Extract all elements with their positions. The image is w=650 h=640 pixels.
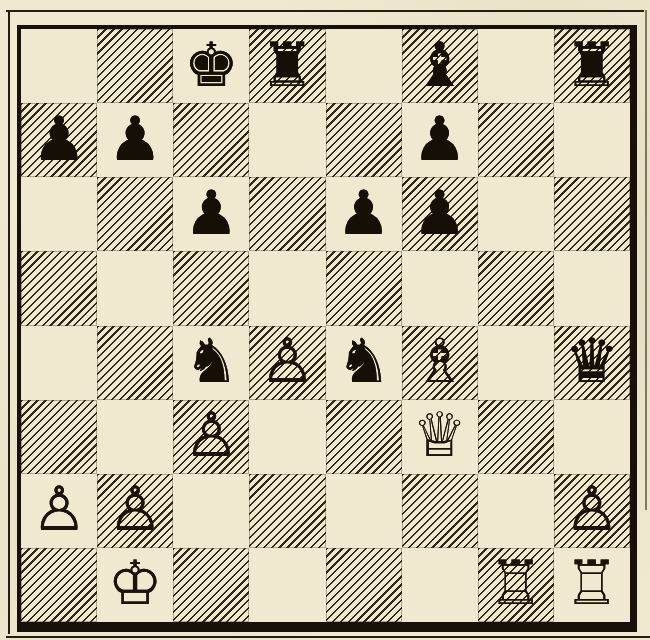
square-d3 — [249, 400, 325, 474]
square-b2: ♙ — [97, 474, 173, 548]
square-h6 — [554, 177, 630, 251]
square-g2 — [478, 474, 554, 548]
square-a5 — [21, 251, 97, 325]
square-g7 — [478, 103, 554, 177]
square-f4: ♗ — [402, 326, 478, 400]
piece-black-bishop: ♝ — [412, 34, 467, 95]
piece-white-king: ♔ — [108, 552, 163, 613]
piece-black-knight: ♞ — [184, 330, 239, 391]
square-h7 — [554, 103, 630, 177]
square-b1: ♔ — [97, 548, 173, 622]
square-e5 — [326, 251, 402, 325]
piece-white-rook: ♖ — [488, 552, 543, 613]
piece-white-pawn: ♙ — [32, 478, 87, 539]
plate-border-right — [645, 10, 647, 510]
square-h8: ♜ — [554, 29, 630, 103]
square-f8: ♝ — [402, 29, 478, 103]
square-h4: ♛ — [554, 326, 630, 400]
plate-border-left — [8, 10, 10, 634]
square-f3: ♕ — [402, 400, 478, 474]
square-g1: ♖ — [478, 548, 554, 622]
square-e1 — [326, 548, 402, 622]
square-c5 — [173, 251, 249, 325]
square-a1 — [21, 548, 97, 622]
piece-black-rook: ♜ — [260, 34, 315, 95]
square-a4 — [21, 326, 97, 400]
square-a7: ♟ — [21, 103, 97, 177]
square-f5 — [402, 251, 478, 325]
piece-white-queen: ♕ — [412, 404, 467, 465]
square-e2 — [326, 474, 402, 548]
square-b6 — [97, 177, 173, 251]
square-e3 — [326, 400, 402, 474]
square-a6 — [21, 177, 97, 251]
square-h2: ♙ — [554, 474, 630, 548]
square-g4 — [478, 326, 554, 400]
square-b8 — [97, 29, 173, 103]
square-c8: ♚ — [173, 29, 249, 103]
piece-white-rook: ♖ — [565, 552, 620, 613]
plate-border-bottom — [6, 636, 650, 638]
piece-black-pawn: ♟ — [32, 108, 87, 169]
square-d6 — [249, 177, 325, 251]
piece-black-rook: ♜ — [565, 34, 620, 95]
square-c7 — [173, 103, 249, 177]
square-d8: ♜ — [249, 29, 325, 103]
square-f7: ♟ — [402, 103, 478, 177]
square-d2 — [249, 474, 325, 548]
square-e6: ♟ — [326, 177, 402, 251]
square-a3 — [21, 400, 97, 474]
plate-border-top — [6, 10, 644, 12]
piece-white-pawn: ♙ — [565, 478, 620, 539]
piece-black-pawn: ♟ — [336, 182, 391, 243]
piece-black-pawn: ♟ — [108, 108, 163, 169]
piece-white-bishop: ♗ — [412, 330, 467, 391]
square-g5 — [478, 251, 554, 325]
square-b5 — [97, 251, 173, 325]
square-b7: ♟ — [97, 103, 173, 177]
square-d5 — [249, 251, 325, 325]
chess-board-grid: ♚♜♝♜♟♟♟♟♟♟♞♙♞♗♛♙♕♙♙♙♔♖♖ — [21, 29, 630, 622]
piece-black-knight: ♞ — [336, 330, 391, 391]
piece-white-pawn: ♙ — [184, 404, 239, 465]
square-b4 — [97, 326, 173, 400]
square-h5 — [554, 251, 630, 325]
square-f2 — [402, 474, 478, 548]
piece-white-pawn: ♙ — [260, 330, 315, 391]
square-b3 — [97, 400, 173, 474]
piece-black-pawn: ♟ — [412, 182, 467, 243]
square-e4: ♞ — [326, 326, 402, 400]
square-e8 — [326, 29, 402, 103]
square-d7 — [249, 103, 325, 177]
square-g6 — [478, 177, 554, 251]
piece-white-pawn: ♙ — [108, 478, 163, 539]
piece-black-pawn: ♟ — [184, 182, 239, 243]
square-g3 — [478, 400, 554, 474]
piece-black-pawn: ♟ — [412, 108, 467, 169]
square-d4: ♙ — [249, 326, 325, 400]
square-g8 — [478, 29, 554, 103]
square-c1 — [173, 548, 249, 622]
square-a2: ♙ — [21, 474, 97, 548]
piece-black-king: ♚ — [184, 34, 239, 95]
square-c2 — [173, 474, 249, 548]
square-c6: ♟ — [173, 177, 249, 251]
square-f1 — [402, 548, 478, 622]
piece-black-queen: ♛ — [565, 330, 620, 391]
square-h3 — [554, 400, 630, 474]
square-e7 — [326, 103, 402, 177]
square-d1 — [249, 548, 325, 622]
square-c4: ♞ — [173, 326, 249, 400]
square-a8 — [21, 29, 97, 103]
square-c3: ♙ — [173, 400, 249, 474]
chess-board: ♚♜♝♜♟♟♟♟♟♟♞♙♞♗♛♙♕♙♙♙♔♖♖ — [17, 25, 637, 632]
square-h1: ♖ — [554, 548, 630, 622]
square-f6: ♟ — [402, 177, 478, 251]
